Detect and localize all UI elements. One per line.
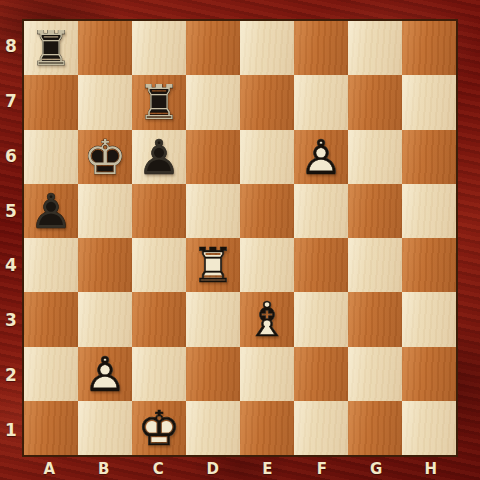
- piece-glyph-outline: ♙: [78, 347, 132, 401]
- square-h8[interactable]: [402, 21, 456, 75]
- piece-white-pawn-f6[interactable]: ♟♙: [294, 130, 348, 184]
- square-g2[interactable]: [348, 347, 402, 401]
- square-f8[interactable]: [294, 21, 348, 75]
- piece-white-pawn-b2[interactable]: ♟♙: [78, 347, 132, 401]
- square-e8[interactable]: [240, 21, 294, 75]
- chessboard: ♜♖♜♖♚♔♟♙♟♙♟♙♜♖♝♗♟♙♚♔: [22, 19, 458, 457]
- square-f2[interactable]: [294, 347, 348, 401]
- square-e7[interactable]: [240, 75, 294, 129]
- square-c4[interactable]: [132, 238, 186, 292]
- square-f1[interactable]: [294, 401, 348, 455]
- square-c3[interactable]: [132, 292, 186, 346]
- square-d7[interactable]: [186, 75, 240, 129]
- rank-label-6: 6: [0, 129, 22, 184]
- square-a2[interactable]: [24, 347, 78, 401]
- square-f7[interactable]: [294, 75, 348, 129]
- square-f4[interactable]: [294, 238, 348, 292]
- square-e2[interactable]: [240, 347, 294, 401]
- piece-glyph-outline: ♙: [294, 130, 348, 184]
- square-g6[interactable]: [348, 130, 402, 184]
- file-label-h: H: [404, 457, 459, 480]
- square-d5[interactable]: [186, 184, 240, 238]
- file-label-d: D: [186, 457, 241, 480]
- piece-glyph-outline: ♙: [132, 130, 186, 184]
- square-b3[interactable]: [78, 292, 132, 346]
- square-d1[interactable]: [186, 401, 240, 455]
- square-a1[interactable]: [24, 401, 78, 455]
- square-b2[interactable]: ♟♙: [78, 347, 132, 401]
- square-h4[interactable]: [402, 238, 456, 292]
- rank-label-8: 8: [0, 19, 22, 74]
- rank-label-1: 1: [0, 402, 22, 457]
- square-b8[interactable]: [78, 21, 132, 75]
- square-h5[interactable]: [402, 184, 456, 238]
- square-g4[interactable]: [348, 238, 402, 292]
- square-c2[interactable]: [132, 347, 186, 401]
- square-a8[interactable]: ♜♖: [24, 21, 78, 75]
- square-e3[interactable]: ♝♗: [240, 292, 294, 346]
- piece-black-pawn-a5[interactable]: ♟♙: [24, 184, 78, 238]
- piece-black-king-b6[interactable]: ♚♔: [78, 130, 132, 184]
- rank-label-7: 7: [0, 74, 22, 129]
- square-c7[interactable]: ♜♖: [132, 75, 186, 129]
- square-a4[interactable]: [24, 238, 78, 292]
- rank-label-5: 5: [0, 183, 22, 238]
- rank-label-4: 4: [0, 238, 22, 293]
- file-labels: ABCDEFGH: [22, 457, 458, 480]
- square-c6[interactable]: ♟♙: [132, 130, 186, 184]
- square-h3[interactable]: [402, 292, 456, 346]
- square-a6[interactable]: [24, 130, 78, 184]
- square-e5[interactable]: [240, 184, 294, 238]
- file-label-e: E: [240, 457, 295, 480]
- square-b1[interactable]: [78, 401, 132, 455]
- square-b5[interactable]: [78, 184, 132, 238]
- square-d8[interactable]: [186, 21, 240, 75]
- piece-white-rook-d4[interactable]: ♜♖: [186, 238, 240, 292]
- square-d2[interactable]: [186, 347, 240, 401]
- piece-white-bishop-e3[interactable]: ♝♗: [240, 292, 294, 346]
- rank-label-2: 2: [0, 348, 22, 403]
- square-h7[interactable]: [402, 75, 456, 129]
- piece-glyph-outline: ♗: [240, 292, 294, 346]
- square-c5[interactable]: [132, 184, 186, 238]
- square-h6[interactable]: [402, 130, 456, 184]
- piece-black-rook-c7[interactable]: ♜♖: [132, 75, 186, 129]
- board-frame: ♜♖♜♖♚♔♟♙♟♙♟♙♜♖♝♗♟♙♚♔ 87654321 ABCDEFGH: [0, 0, 480, 480]
- square-b4[interactable]: [78, 238, 132, 292]
- square-d6[interactable]: [186, 130, 240, 184]
- file-label-a: A: [22, 457, 77, 480]
- file-label-f: F: [295, 457, 350, 480]
- piece-glyph-outline: ♔: [78, 130, 132, 184]
- rank-label-3: 3: [0, 293, 22, 348]
- file-label-b: B: [77, 457, 132, 480]
- square-f6[interactable]: ♟♙: [294, 130, 348, 184]
- square-d4[interactable]: ♜♖: [186, 238, 240, 292]
- square-h1[interactable]: [402, 401, 456, 455]
- square-e4[interactable]: [240, 238, 294, 292]
- square-e1[interactable]: [240, 401, 294, 455]
- piece-glyph-outline: ♖: [132, 75, 186, 129]
- square-g7[interactable]: [348, 75, 402, 129]
- square-c8[interactable]: [132, 21, 186, 75]
- square-e6[interactable]: [240, 130, 294, 184]
- piece-black-pawn-c6[interactable]: ♟♙: [132, 130, 186, 184]
- square-f3[interactable]: [294, 292, 348, 346]
- square-f5[interactable]: [294, 184, 348, 238]
- piece-glyph-outline: ♖: [186, 238, 240, 292]
- square-b6[interactable]: ♚♔: [78, 130, 132, 184]
- piece-white-king-c1[interactable]: ♚♔: [132, 401, 186, 455]
- piece-glyph-outline: ♙: [24, 184, 78, 238]
- rank-labels: 87654321: [0, 19, 22, 457]
- square-g1[interactable]: [348, 401, 402, 455]
- piece-glyph-outline: ♔: [132, 401, 186, 455]
- square-a5[interactable]: ♟♙: [24, 184, 78, 238]
- square-g3[interactable]: [348, 292, 402, 346]
- square-a3[interactable]: [24, 292, 78, 346]
- square-d3[interactable]: [186, 292, 240, 346]
- file-label-c: C: [131, 457, 186, 480]
- square-a7[interactable]: [24, 75, 78, 129]
- file-label-g: G: [349, 457, 404, 480]
- square-h2[interactable]: [402, 347, 456, 401]
- square-b7[interactable]: [78, 75, 132, 129]
- piece-black-rook-a8[interactable]: ♜♖: [24, 21, 78, 75]
- square-c1[interactable]: ♚♔: [132, 401, 186, 455]
- square-g8[interactable]: [348, 21, 402, 75]
- piece-glyph-outline: ♖: [24, 21, 78, 75]
- square-g5[interactable]: [348, 184, 402, 238]
